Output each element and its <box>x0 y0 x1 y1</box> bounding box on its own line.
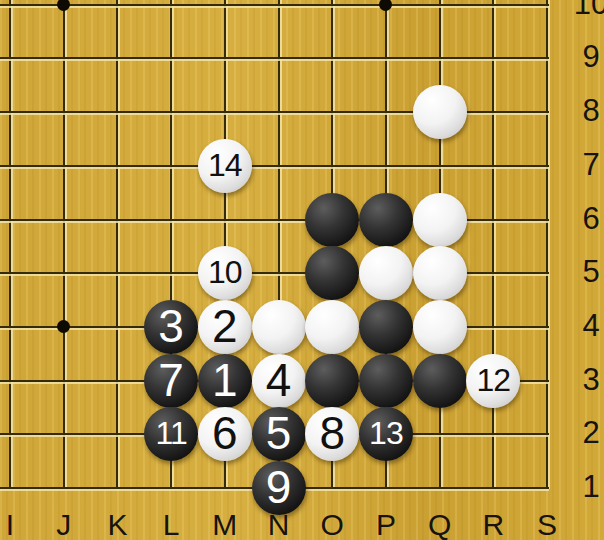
stone-move-number: 7 <box>158 357 184 403</box>
column-label-q: Q <box>419 508 461 540</box>
stone-move-number: 3 <box>158 303 184 349</box>
stone-black-n1[interactable]: 9 <box>252 461 306 515</box>
row-label-4: 4 <box>566 309 604 343</box>
stone-move-number: 6 <box>212 410 238 456</box>
stone-black-l2[interactable]: 11 <box>144 407 198 461</box>
stone-move-number: 12 <box>477 364 511 396</box>
stone-white-q5[interactable] <box>413 246 467 300</box>
stone-black-m3[interactable]: 1 <box>198 354 252 408</box>
row-label-6: 6 <box>566 202 604 236</box>
column-label-p: P <box>365 508 407 540</box>
grid-line-vertical-I <box>9 0 11 489</box>
row-label-2: 2 <box>566 416 604 450</box>
stone-black-o5[interactable] <box>305 246 359 300</box>
stone-black-p4[interactable] <box>359 300 413 354</box>
grid-line-vertical-K <box>116 0 118 489</box>
row-label-8: 8 <box>566 94 604 128</box>
stone-black-o6[interactable] <box>305 193 359 247</box>
row-label-9: 9 <box>566 40 604 74</box>
stone-move-number: 11 <box>155 417 186 449</box>
stone-black-p6[interactable] <box>359 193 413 247</box>
stone-black-o3[interactable] <box>305 354 359 408</box>
stone-white-q8[interactable] <box>413 85 467 139</box>
stone-black-p2[interactable]: 13 <box>359 407 413 461</box>
grid-line-vertical-J <box>63 0 65 489</box>
grid-line-vertical-R <box>492 0 494 489</box>
grid-line-horizontal-6 <box>0 219 549 221</box>
stone-white-n4[interactable] <box>252 300 306 354</box>
stone-move-number: 4 <box>266 357 292 403</box>
stone-move-number: 8 <box>319 410 345 456</box>
stone-move-number: 1 <box>212 357 238 403</box>
grid-line-horizontal-9 <box>0 57 549 59</box>
stone-move-number: 10 <box>208 256 242 288</box>
grid-line-horizontal-8 <box>0 111 549 113</box>
stone-white-q6[interactable] <box>413 193 467 247</box>
stone-white-p5[interactable] <box>359 246 413 300</box>
row-label-3: 3 <box>566 363 604 397</box>
column-label-k: K <box>96 508 138 540</box>
column-label-r: R <box>472 508 514 540</box>
stone-white-q4[interactable] <box>413 300 467 354</box>
stone-white-m4[interactable]: 2 <box>198 300 252 354</box>
stone-black-l4[interactable]: 3 <box>144 300 198 354</box>
stone-move-number: 5 <box>266 410 292 456</box>
row-label-1: 1 <box>566 470 604 504</box>
stone-black-l3[interactable]: 7 <box>144 354 198 408</box>
grid-line-horizontal-5 <box>0 272 549 274</box>
column-label-o: O <box>311 508 353 540</box>
stone-move-number: 13 <box>369 417 403 449</box>
star-point-j10 <box>57 0 70 11</box>
stone-black-n2[interactable]: 5 <box>252 407 306 461</box>
column-label-n: N <box>258 508 300 540</box>
row-label-10: 10 <box>566 0 604 21</box>
column-label-j: J <box>43 508 85 540</box>
stone-white-o4[interactable] <box>305 300 359 354</box>
stone-move-number: 2 <box>212 303 238 349</box>
stone-white-m5[interactable]: 10 <box>198 246 252 300</box>
column-label-l: L <box>150 508 192 540</box>
stone-white-o2[interactable]: 8 <box>305 407 359 461</box>
column-label-m: M <box>204 508 246 540</box>
grid-line-vertical-S <box>546 0 548 489</box>
row-label-5: 5 <box>566 255 604 289</box>
go-board[interactable]: 1410327141211658139 IJKLMNOPQRS123456789… <box>0 0 604 540</box>
stone-white-n3[interactable]: 4 <box>252 354 306 408</box>
star-point-p10 <box>379 0 392 11</box>
stone-white-r3[interactable]: 12 <box>466 354 520 408</box>
stone-move-number: 14 <box>208 149 242 181</box>
stone-white-m7[interactable]: 14 <box>198 139 252 193</box>
column-label-s: S <box>526 508 568 540</box>
row-label-7: 7 <box>566 148 604 182</box>
stone-black-q3[interactable] <box>413 354 467 408</box>
stone-move-number: 9 <box>266 464 292 510</box>
star-point-j4 <box>57 320 70 333</box>
grid-line-horizontal-7 <box>0 165 549 167</box>
stone-white-m2[interactable]: 6 <box>198 407 252 461</box>
stone-black-p3[interactable] <box>359 354 413 408</box>
grid-line-horizontal-10 <box>0 4 549 6</box>
column-label-i: I <box>0 508 31 540</box>
